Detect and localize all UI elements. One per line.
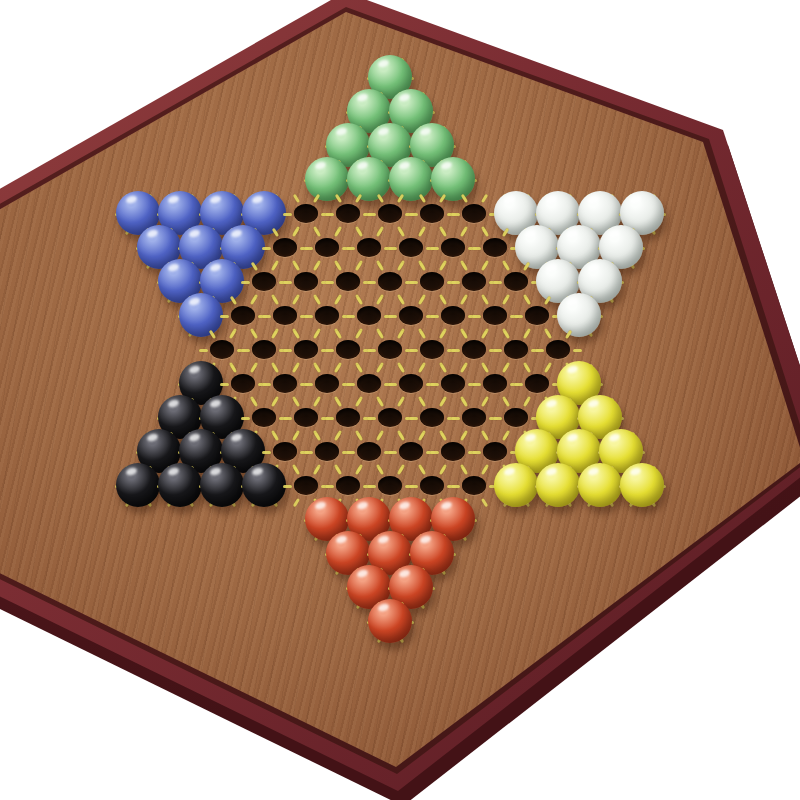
lattice-dash [409, 349, 418, 352]
marble-cell [579, 469, 621, 503]
lattice-dash [535, 349, 544, 352]
hole-cell [285, 197, 327, 231]
lattice-dash [283, 213, 292, 216]
lattice-dash [262, 315, 271, 318]
board-row [117, 605, 663, 639]
hole[interactable] [504, 408, 528, 427]
hole[interactable] [462, 408, 486, 427]
hole-cell [432, 435, 474, 469]
lattice-dash [409, 213, 418, 216]
lattice-dash [241, 281, 250, 284]
hole-cell [390, 231, 432, 265]
hole-cell [264, 299, 306, 333]
board-row [117, 299, 663, 333]
hole[interactable] [294, 408, 318, 427]
hole[interactable] [315, 442, 339, 461]
hole[interactable] [294, 340, 318, 359]
marble-cell [390, 163, 432, 197]
hole[interactable] [483, 374, 507, 393]
lattice-dash [304, 451, 313, 454]
hole[interactable] [231, 374, 255, 393]
lattice-dash [220, 315, 229, 318]
lattice-dash [262, 451, 271, 454]
hole[interactable] [336, 340, 360, 359]
marble-yellow[interactable] [494, 463, 538, 507]
lattice-dash [388, 451, 397, 454]
lattice-dash [346, 315, 355, 318]
hole[interactable] [378, 272, 402, 291]
lattice-dash [283, 485, 292, 488]
marble-cell [348, 163, 390, 197]
hole-cell [327, 401, 369, 435]
lattice-dash [409, 485, 418, 488]
marble-cell [306, 163, 348, 197]
hole-cell [327, 333, 369, 367]
hole-cell [495, 333, 537, 367]
lattice-dash [493, 281, 502, 284]
hole-cell [327, 265, 369, 299]
marble-white[interactable] [557, 293, 601, 337]
hole-cell [306, 435, 348, 469]
marble-yellow[interactable] [620, 463, 664, 507]
lattice-dash [388, 315, 397, 318]
hole-cell [369, 197, 411, 231]
hole-cell [474, 367, 516, 401]
hole-cell [327, 197, 369, 231]
hole[interactable] [378, 204, 402, 223]
hole[interactable] [357, 442, 381, 461]
hole[interactable] [462, 476, 486, 495]
marble-cell [621, 469, 663, 503]
hole[interactable] [504, 340, 528, 359]
hole[interactable] [252, 408, 276, 427]
hole-cell [432, 231, 474, 265]
hole[interactable] [441, 374, 465, 393]
board-row [117, 537, 663, 571]
hole[interactable] [273, 442, 297, 461]
marble-cell [495, 469, 537, 503]
lattice-dash [430, 247, 439, 250]
lattice-dash [346, 383, 355, 386]
hole-cell [453, 197, 495, 231]
lattice-dash [430, 451, 439, 454]
lattice-dash [367, 213, 376, 216]
lattice-dash [388, 247, 397, 250]
hole[interactable] [357, 374, 381, 393]
hole[interactable] [399, 374, 423, 393]
marble-black[interactable] [242, 463, 286, 507]
marble-blue[interactable] [179, 293, 223, 337]
marble-cell [432, 163, 474, 197]
hole-cell [453, 333, 495, 367]
lattice-dash [304, 247, 313, 250]
marble-cell [201, 469, 243, 503]
hole[interactable] [315, 238, 339, 257]
hole[interactable] [378, 340, 402, 359]
hole-cell [285, 401, 327, 435]
hole[interactable] [336, 272, 360, 291]
hole[interactable] [336, 204, 360, 223]
hole[interactable] [378, 408, 402, 427]
lattice-dash [325, 417, 334, 420]
hole[interactable] [483, 442, 507, 461]
marble-green[interactable] [347, 157, 391, 201]
marble-red[interactable] [368, 599, 412, 643]
hole[interactable] [525, 306, 549, 325]
board-row [117, 163, 663, 197]
hole-cell [432, 367, 474, 401]
lattice-dash [325, 281, 334, 284]
hole-cell [285, 265, 327, 299]
hole-cell [348, 299, 390, 333]
marble-cell [369, 605, 411, 639]
lattice-dash [283, 349, 292, 352]
hole[interactable] [546, 340, 570, 359]
board-row [117, 61, 663, 95]
hole[interactable] [441, 306, 465, 325]
marble-cell [180, 299, 222, 333]
lattice-dash [409, 417, 418, 420]
marble-black[interactable] [158, 463, 202, 507]
marble-green[interactable] [305, 157, 349, 201]
marble-green[interactable] [431, 157, 475, 201]
hole-cell [243, 333, 285, 367]
lattice-dash [346, 247, 355, 250]
hole-cell [264, 231, 306, 265]
marble-black[interactable] [200, 463, 244, 507]
lattice-dash [304, 315, 313, 318]
hole-cell [243, 265, 285, 299]
lattice-dash [472, 315, 481, 318]
hole[interactable] [504, 272, 528, 291]
lattice-dash [514, 315, 523, 318]
marble-yellow[interactable] [578, 463, 622, 507]
marble-cell [558, 299, 600, 333]
hole[interactable] [399, 238, 423, 257]
lattice-dash [409, 281, 418, 284]
hole[interactable] [231, 306, 255, 325]
hole[interactable] [420, 340, 444, 359]
lattice-dash [472, 451, 481, 454]
hole[interactable] [399, 306, 423, 325]
board-row [117, 129, 663, 163]
hole[interactable] [378, 476, 402, 495]
hole[interactable] [336, 408, 360, 427]
lattice-dash [493, 349, 502, 352]
marble-cell [243, 469, 285, 503]
lattice-dash [430, 383, 439, 386]
marble-green[interactable] [389, 157, 433, 201]
hole[interactable] [252, 340, 276, 359]
lattice-dash [430, 315, 439, 318]
hole-cell [411, 333, 453, 367]
hole-cell [306, 231, 348, 265]
hole[interactable] [483, 306, 507, 325]
hole[interactable] [210, 340, 234, 359]
chinese-checkers-board [0, 0, 800, 800]
marble-black[interactable] [116, 463, 160, 507]
lattice-dash [493, 417, 502, 420]
lattice-dash [388, 383, 397, 386]
star-grid [117, 61, 663, 639]
hole-cell [285, 333, 327, 367]
lattice-dash [514, 383, 523, 386]
lattice-dash [451, 281, 460, 284]
hole[interactable] [441, 442, 465, 461]
lattice-dash [451, 485, 460, 488]
lattice-dash [325, 213, 334, 216]
marble-yellow[interactable] [536, 463, 580, 507]
lattice-dash [325, 349, 334, 352]
lattice-dash [346, 451, 355, 454]
hole[interactable] [525, 374, 549, 393]
hole[interactable] [420, 204, 444, 223]
hole[interactable] [315, 374, 339, 393]
board-row [117, 469, 663, 503]
marble-cell [117, 469, 159, 503]
hole[interactable] [294, 476, 318, 495]
product-photo-scene [0, 0, 800, 800]
board-row [117, 231, 663, 265]
lattice-dash [199, 349, 208, 352]
hole[interactable] [357, 306, 381, 325]
hole[interactable] [399, 442, 423, 461]
hole[interactable] [336, 476, 360, 495]
hole-cell [306, 299, 348, 333]
hole-cell [453, 401, 495, 435]
board-row [117, 435, 663, 469]
hole[interactable] [357, 238, 381, 257]
hole[interactable] [420, 476, 444, 495]
lattice-dash [367, 485, 376, 488]
hole-cell [411, 197, 453, 231]
hole-cell [474, 231, 516, 265]
hole[interactable] [252, 272, 276, 291]
hole[interactable] [420, 408, 444, 427]
hole-cell [348, 231, 390, 265]
lattice-dash [451, 213, 460, 216]
hole[interactable] [273, 238, 297, 257]
hole-cell [348, 367, 390, 401]
hole-cell [390, 299, 432, 333]
lattice-dash [367, 281, 376, 284]
lattice-dash [325, 485, 334, 488]
marble-cell [159, 469, 201, 503]
hole[interactable] [294, 204, 318, 223]
hole-cell [432, 299, 474, 333]
hole-cell [369, 401, 411, 435]
lattice-dash [472, 383, 481, 386]
hole[interactable] [294, 272, 318, 291]
lattice-dash [262, 247, 271, 250]
hole-cell [390, 435, 432, 469]
hole[interactable] [315, 306, 339, 325]
board-row [117, 367, 663, 401]
marble-cell [537, 469, 579, 503]
lattice-dash [573, 349, 582, 352]
lattice-dash [220, 383, 229, 386]
lattice-dash [304, 383, 313, 386]
lattice-dash [262, 383, 271, 386]
lattice-dash [451, 349, 460, 352]
lattice-dash [451, 417, 460, 420]
hole[interactable] [483, 238, 507, 257]
hole-cell [516, 299, 558, 333]
lattice-dash [283, 281, 292, 284]
hole[interactable] [462, 340, 486, 359]
hole-cell [474, 299, 516, 333]
hole[interactable] [420, 272, 444, 291]
hole-cell [453, 265, 495, 299]
lattice-dash [241, 349, 250, 352]
hole-cell [495, 265, 537, 299]
hole[interactable] [273, 374, 297, 393]
hole-cell [222, 299, 264, 333]
lattice-dash [241, 417, 250, 420]
hole-cell [306, 367, 348, 401]
hole-cell [264, 367, 306, 401]
lattice-dash [472, 247, 481, 250]
hole-cell [369, 265, 411, 299]
hole-cell [348, 435, 390, 469]
lattice-dash [283, 417, 292, 420]
hole[interactable] [273, 306, 297, 325]
hole[interactable] [462, 204, 486, 223]
hole-cell [411, 265, 453, 299]
hole-cell [411, 401, 453, 435]
hole[interactable] [441, 238, 465, 257]
hole-cell [390, 367, 432, 401]
hole[interactable] [462, 272, 486, 291]
lattice-dash [367, 349, 376, 352]
hole-cell [369, 333, 411, 367]
lattice-dash [367, 417, 376, 420]
